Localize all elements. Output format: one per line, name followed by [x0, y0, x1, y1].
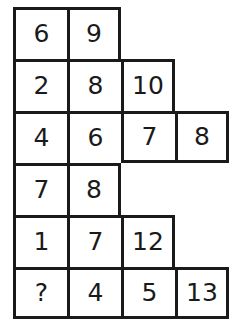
cell-r4c1: 7 [13, 163, 67, 215]
cell-r1c1: 6 [13, 7, 67, 59]
cell-r6c1: ? [13, 267, 67, 319]
void-r4c3 [121, 163, 175, 215]
cell-r3c2: 6 [67, 111, 121, 163]
cell-r6c2: 4 [67, 267, 121, 319]
cell-r5c3: 12 [121, 215, 175, 267]
void-r4c4 [175, 163, 229, 215]
cell-r5c1: 1 [13, 215, 67, 267]
cell-r5c2: 7 [67, 215, 121, 267]
puzzle-grid: 6928104678781712?4513 [13, 7, 229, 319]
cell-r4c2: 8 [67, 163, 121, 215]
cell-r6c4: 13 [175, 267, 229, 319]
cell-r2c3: 10 [121, 59, 175, 111]
cell-r3c4: 8 [175, 111, 229, 163]
void-r5c4 [175, 215, 229, 267]
cell-r3c3: 7 [121, 111, 175, 163]
void-r1c3 [121, 7, 175, 59]
cell-r3c1: 4 [13, 111, 67, 163]
cell-r6c3: 5 [121, 267, 175, 319]
void-r2c4 [175, 59, 229, 111]
cell-r2c2: 8 [67, 59, 121, 111]
cell-r1c2: 9 [67, 7, 121, 59]
cell-r2c1: 2 [13, 59, 67, 111]
void-r1c4 [175, 7, 229, 59]
